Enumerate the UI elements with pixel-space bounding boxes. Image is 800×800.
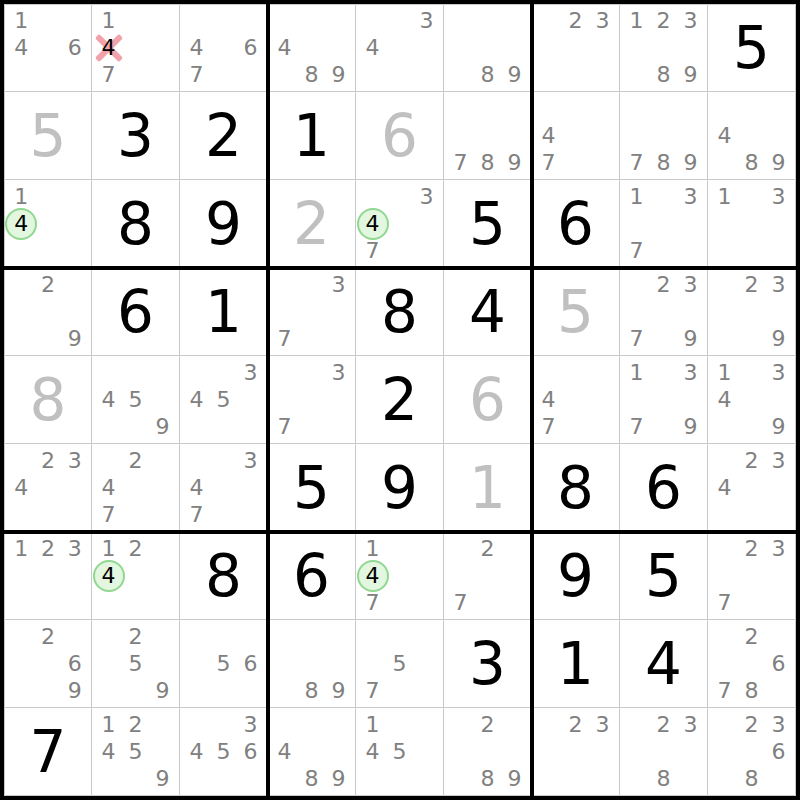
cell-r1c6[interactable]: 89 (444, 4, 532, 92)
candidate-2[interactable]: 2 (35, 623, 62, 650)
empty-candidate-slot (562, 95, 589, 122)
cell-r3c6[interactable]: 5 (444, 180, 532, 268)
candidate-8[interactable]: 8 (650, 61, 677, 88)
empty-candidate-slot (447, 8, 474, 35)
cell-r1c1[interactable]: 146 (4, 4, 92, 92)
empty-candidate-slot (447, 711, 474, 738)
empty-candidate-slot (149, 386, 176, 413)
candidate-6[interactable]: 6 (237, 738, 264, 765)
candidate-7[interactable]: 7 (623, 237, 650, 264)
cell-r6c4[interactable]: 5 (268, 444, 356, 532)
cell-r1c3[interactable]: 467 (180, 4, 268, 92)
candidate-7[interactable]: 7 (711, 589, 738, 616)
candidate-grid: 147 (356, 532, 443, 619)
candidate-4[interactable]: 4 (95, 562, 122, 589)
candidate-3[interactable]: 3 (677, 271, 704, 298)
cell-r9c2[interactable]: 12459 (92, 708, 180, 796)
candidate-digit: 6 (772, 653, 786, 675)
candidate-grid: 1349 (708, 356, 795, 443)
candidate-3[interactable]: 3 (325, 359, 352, 386)
candidate-2[interactable]: 2 (562, 711, 589, 738)
candidate-2[interactable]: 2 (738, 535, 765, 562)
candidate-9[interactable]: 9 (61, 325, 88, 352)
empty-candidate-slot (35, 8, 62, 35)
empty-candidate-slot (738, 183, 765, 210)
candidate-8[interactable]: 8 (474, 149, 501, 176)
candidate-7[interactable]: 7 (183, 501, 210, 528)
candidate-9[interactable]: 9 (501, 61, 528, 88)
empty-candidate-slot (298, 325, 325, 352)
empty-candidate-slot (8, 623, 35, 650)
candidate-3[interactable]: 3 (765, 183, 792, 210)
empty-candidate-slot (501, 95, 528, 122)
cell-value: 8 (532, 444, 619, 531)
candidate-4[interactable]: 4 (8, 474, 35, 501)
candidate-2[interactable]: 2 (35, 271, 62, 298)
cell-r8c2[interactable]: 259 (92, 620, 180, 708)
empty-candidate-slot (359, 8, 386, 35)
cell-r1c7[interactable]: 23 (532, 4, 620, 92)
candidate-2[interactable]: 2 (474, 535, 501, 562)
candidate-3[interactable]: 3 (765, 711, 792, 738)
candidate-8[interactable]: 8 (474, 765, 501, 792)
candidate-7[interactable]: 7 (95, 61, 122, 88)
cell-value: 1 (180, 268, 267, 355)
cell-r8c1[interactable]: 269 (4, 620, 92, 708)
candidate-digit: 7 (630, 152, 644, 174)
candidate-4[interactable]: 4 (535, 122, 562, 149)
candidate-6[interactable]: 6 (61, 650, 88, 677)
candidate-3[interactable]: 3 (677, 8, 704, 35)
cell-r4c9[interactable]: 239 (708, 268, 796, 356)
empty-candidate-slot (122, 359, 149, 386)
candidate-7[interactable]: 7 (359, 237, 386, 264)
candidate-2[interactable]: 2 (650, 711, 677, 738)
cell-r7c1[interactable]: 123 (4, 532, 92, 620)
candidate-digit: 7 (630, 240, 644, 262)
empty-candidate-slot (501, 589, 528, 616)
cell-r4c1[interactable]: 29 (4, 268, 92, 356)
empty-candidate-slot (738, 738, 765, 765)
cell-r3c3[interactable]: 9 (180, 180, 268, 268)
candidate-9[interactable]: 9 (61, 677, 88, 704)
cell-r9c9[interactable]: 2368 (708, 708, 796, 796)
empty-candidate-slot (210, 677, 237, 704)
candidate-9[interactable]: 9 (149, 413, 176, 440)
cell-r8c4[interactable]: 89 (268, 620, 356, 708)
cell-r1c8[interactable]: 12389 (620, 4, 708, 92)
empty-candidate-slot (738, 122, 765, 149)
empty-candidate-slot (61, 623, 88, 650)
candidate-digit: 3 (68, 450, 82, 472)
empty-candidate-slot (122, 562, 149, 589)
cell-r2c5[interactable]: 6 (356, 92, 444, 180)
candidate-4[interactable]: 4 (183, 386, 210, 413)
candidate-grid: 37 (268, 268, 355, 355)
candidate-5[interactable]: 5 (122, 650, 149, 677)
cell-r1c4[interactable]: 489 (268, 4, 356, 92)
candidate-1[interactable]: 1 (623, 8, 650, 35)
candidate-3[interactable]: 3 (589, 8, 616, 35)
candidate-9[interactable]: 9 (677, 149, 704, 176)
empty-candidate-slot (413, 61, 440, 88)
candidate-digit: 3 (684, 714, 698, 736)
candidate-3[interactable]: 3 (589, 711, 616, 738)
candidate-1[interactable]: 1 (8, 535, 35, 562)
candidate-4[interactable]: 4 (535, 386, 562, 413)
cell-r8c9[interactable]: 2678 (708, 620, 796, 708)
empty-candidate-slot (210, 359, 237, 386)
candidate-digit: 3 (596, 10, 610, 32)
candidate-7[interactable]: 7 (535, 149, 562, 176)
candidate-7[interactable]: 7 (271, 325, 298, 352)
candidate-3[interactable]: 3 (61, 447, 88, 474)
candidate-4[interactable]: 4 (183, 474, 210, 501)
candidate-digit: 2 (569, 714, 583, 736)
candidate-1[interactable]: 1 (711, 359, 738, 386)
candidate-2[interactable]: 2 (35, 447, 62, 474)
empty-candidate-slot (501, 562, 528, 589)
cell-r8c3[interactable]: 56 (180, 620, 268, 708)
cell-r6c8[interactable]: 6 (620, 444, 708, 532)
cell-r5c3[interactable]: 345 (180, 356, 268, 444)
candidate-1[interactable]: 1 (711, 183, 738, 210)
cell-r5c4[interactable]: 37 (268, 356, 356, 444)
candidate-4[interactable]: 4 (711, 386, 738, 413)
cell-r2c4[interactable]: 1 (268, 92, 356, 180)
cell-r8c8[interactable]: 4 (620, 620, 708, 708)
candidate-3[interactable]: 3 (413, 183, 440, 210)
empty-candidate-slot (650, 35, 677, 62)
candidate-7[interactable]: 7 (359, 589, 386, 616)
candidate-7[interactable]: 7 (271, 413, 298, 440)
cell-r9c3[interactable]: 3456 (180, 708, 268, 796)
candidate-5[interactable]: 5 (122, 738, 149, 765)
cell-r6c5[interactable]: 9 (356, 444, 444, 532)
candidate-1[interactable]: 1 (359, 711, 386, 738)
candidate-5[interactable]: 5 (386, 738, 413, 765)
cell-r9c8[interactable]: 238 (620, 708, 708, 796)
empty-candidate-slot (271, 8, 298, 35)
empty-candidate-slot (35, 562, 62, 589)
candidate-8[interactable]: 8 (650, 765, 677, 792)
cell-r2c6[interactable]: 789 (444, 92, 532, 180)
candidate-2[interactable]: 2 (738, 447, 765, 474)
candidate-digit: 5 (129, 653, 143, 675)
candidate-6[interactable]: 6 (61, 35, 88, 62)
candidate-3[interactable]: 3 (237, 447, 264, 474)
candidate-6[interactable]: 6 (765, 738, 792, 765)
cell-r3c9[interactable]: 13 (708, 180, 796, 268)
cell-value: 9 (356, 444, 443, 531)
empty-candidate-slot (271, 765, 298, 792)
candidate-digit: 9 (332, 680, 346, 702)
cell-r1c9[interactable]: 5 (708, 4, 796, 92)
candidate-3[interactable]: 3 (413, 8, 440, 35)
cell-r1c5[interactable]: 34 (356, 4, 444, 92)
candidate-4[interactable]: 4 (359, 738, 386, 765)
cell-r3c5[interactable]: 347 (356, 180, 444, 268)
empty-candidate-slot (623, 386, 650, 413)
cell-r7c2[interactable]: 124 (92, 532, 180, 620)
candidate-9[interactable]: 9 (765, 149, 792, 176)
candidate-8[interactable]: 8 (474, 61, 501, 88)
candidate-3[interactable]: 3 (765, 359, 792, 386)
candidate-8[interactable]: 8 (738, 149, 765, 176)
empty-candidate-slot (271, 298, 298, 325)
candidate-5[interactable]: 5 (210, 386, 237, 413)
candidate-7[interactable]: 7 (447, 589, 474, 616)
cell-r4c5[interactable]: 8 (356, 268, 444, 356)
candidate-4[interactable]: 4 (711, 122, 738, 149)
candidate-grid: 34 (356, 5, 443, 91)
candidate-2[interactable]: 2 (122, 447, 149, 474)
candidate-8[interactable]: 8 (298, 765, 325, 792)
empty-candidate-slot (765, 501, 792, 528)
candidate-7[interactable]: 7 (535, 413, 562, 440)
candidate-2[interactable]: 2 (738, 271, 765, 298)
candidate-2[interactable]: 2 (474, 711, 501, 738)
candidate-grid: 13 (708, 180, 795, 267)
cell-r9c6[interactable]: 289 (444, 708, 532, 796)
candidate-digit: 9 (684, 416, 698, 438)
candidate-4[interactable]: 4 (359, 210, 386, 237)
cell-r9c4[interactable]: 489 (268, 708, 356, 796)
cell-r3c1[interactable]: 14 (4, 180, 92, 268)
candidate-1[interactable]: 1 (95, 535, 122, 562)
candidate-9[interactable]: 9 (765, 413, 792, 440)
candidate-grid: 789 (444, 92, 531, 179)
candidate-4[interactable]: 4 (359, 562, 386, 589)
empty-candidate-slot (359, 183, 386, 210)
candidate-digit: 4 (278, 37, 292, 59)
empty-candidate-slot (183, 447, 210, 474)
cell-r2c8[interactable]: 789 (620, 92, 708, 180)
candidate-9[interactable]: 9 (765, 325, 792, 352)
candidate-2[interactable]: 2 (562, 8, 589, 35)
candidate-3[interactable]: 3 (677, 183, 704, 210)
candidate-7[interactable]: 7 (359, 677, 386, 704)
candidate-digit: 3 (244, 362, 258, 384)
cell-r6c7[interactable]: 8 (532, 444, 620, 532)
candidate-3[interactable]: 3 (237, 711, 264, 738)
cell-value: 2 (356, 356, 443, 443)
candidate-9[interactable]: 9 (677, 325, 704, 352)
candidate-2[interactable]: 2 (35, 535, 62, 562)
candidate-7[interactable]: 7 (623, 149, 650, 176)
empty-candidate-slot (535, 765, 562, 792)
cell-r5c8[interactable]: 1379 (620, 356, 708, 444)
candidate-2[interactable]: 2 (650, 271, 677, 298)
empty-candidate-slot (298, 298, 325, 325)
candidate-1[interactable]: 1 (8, 8, 35, 35)
cell-r4c4[interactable]: 37 (268, 268, 356, 356)
cell-r2c9[interactable]: 489 (708, 92, 796, 180)
candidate-2[interactable]: 2 (738, 711, 765, 738)
empty-candidate-slot (8, 677, 35, 704)
empty-candidate-slot (711, 271, 738, 298)
empty-candidate-slot (61, 210, 88, 237)
cell-r9c1[interactable]: 7 (4, 708, 92, 796)
candidate-5[interactable]: 5 (122, 386, 149, 413)
cell-value: 6 (92, 268, 179, 355)
cell-r5c1[interactable]: 8 (4, 356, 92, 444)
candidate-4[interactable]: 4 (8, 210, 35, 237)
candidate-8[interactable]: 8 (738, 677, 765, 704)
candidate-7[interactable]: 7 (95, 501, 122, 528)
cell-r4c3[interactable]: 1 (180, 268, 268, 356)
empty-candidate-slot (738, 501, 765, 528)
candidate-8[interactable]: 8 (298, 677, 325, 704)
candidate-9[interactable]: 9 (325, 765, 352, 792)
candidate-7[interactable]: 7 (711, 677, 738, 704)
candidate-4[interactable]: 4 (711, 474, 738, 501)
candidate-6[interactable]: 6 (765, 650, 792, 677)
candidate-2[interactable]: 2 (122, 535, 149, 562)
cell-r7c3[interactable]: 8 (180, 532, 268, 620)
candidate-9[interactable]: 9 (325, 677, 352, 704)
cell-r6c2[interactable]: 247 (92, 444, 180, 532)
candidate-4[interactable]: 4 (271, 35, 298, 62)
cell-r4c6[interactable]: 4 (444, 268, 532, 356)
candidate-1[interactable]: 1 (8, 183, 35, 210)
cell-r7c6[interactable]: 27 (444, 532, 532, 620)
candidate-4[interactable]: 4 (271, 738, 298, 765)
cell-r6c3[interactable]: 347 (180, 444, 268, 532)
candidate-4[interactable]: 4 (95, 35, 122, 62)
empty-candidate-slot (562, 765, 589, 792)
cell-r7c4[interactable]: 6 (268, 532, 356, 620)
empty-candidate-slot (650, 386, 677, 413)
candidate-8[interactable]: 8 (650, 149, 677, 176)
candidate-digit: 7 (630, 416, 644, 438)
cell-r5c7[interactable]: 47 (532, 356, 620, 444)
cell-r4c7[interactable]: 5 (532, 268, 620, 356)
candidate-digit: 2 (41, 626, 55, 648)
cell-r3c7[interactable]: 6 (532, 180, 620, 268)
candidate-7[interactable]: 7 (623, 325, 650, 352)
candidate-9[interactable]: 9 (677, 413, 704, 440)
cell-r6c1[interactable]: 234 (4, 444, 92, 532)
candidate-4[interactable]: 4 (8, 35, 35, 62)
candidate-4[interactable]: 4 (183, 35, 210, 62)
candidate-8[interactable]: 8 (738, 765, 765, 792)
cell-r3c2[interactable]: 8 (92, 180, 180, 268)
candidate-3[interactable]: 3 (325, 271, 352, 298)
cell-r1c2[interactable]: 147 (92, 4, 180, 92)
cell-r5c9[interactable]: 1349 (708, 356, 796, 444)
candidate-1[interactable]: 1 (623, 183, 650, 210)
candidate-3[interactable]: 3 (765, 271, 792, 298)
candidate-2[interactable]: 2 (122, 623, 149, 650)
cell-r2c7[interactable]: 47 (532, 92, 620, 180)
cell-r3c8[interactable]: 137 (620, 180, 708, 268)
candidate-9[interactable]: 9 (149, 677, 176, 704)
candidate-digit: 2 (657, 10, 671, 32)
cell-r5c6[interactable]: 6 (444, 356, 532, 444)
candidate-3[interactable]: 3 (677, 359, 704, 386)
candidate-6[interactable]: 6 (237, 650, 264, 677)
candidate-6[interactable]: 6 (237, 35, 264, 62)
empty-candidate-slot (562, 35, 589, 62)
candidate-4[interactable]: 4 (95, 474, 122, 501)
cell-r5c2[interactable]: 459 (92, 356, 180, 444)
candidate-5[interactable]: 5 (386, 650, 413, 677)
candidate-3[interactable]: 3 (765, 535, 792, 562)
candidate-5[interactable]: 5 (210, 650, 237, 677)
candidate-digit: 7 (278, 416, 292, 438)
cell-r2c2[interactable]: 3 (92, 92, 180, 180)
cell-r9c7[interactable]: 23 (532, 708, 620, 796)
candidate-4[interactable]: 4 (95, 738, 122, 765)
candidate-digit: 3 (772, 362, 786, 384)
cell-r8c7[interactable]: 1 (532, 620, 620, 708)
cell-r7c7[interactable]: 9 (532, 532, 620, 620)
cell-r7c8[interactable]: 5 (620, 532, 708, 620)
cell-r6c6[interactable]: 1 (444, 444, 532, 532)
empty-candidate-slot (386, 623, 413, 650)
candidate-3[interactable]: 3 (237, 359, 264, 386)
empty-candidate-slot (210, 413, 237, 440)
cell-r4c2[interactable]: 6 (92, 268, 180, 356)
cell-r9c5[interactable]: 145 (356, 708, 444, 796)
empty-candidate-slot (325, 623, 352, 650)
candidate-9[interactable]: 9 (501, 149, 528, 176)
cell-r2c3[interactable]: 2 (180, 92, 268, 180)
cell-r7c5[interactable]: 147 (356, 532, 444, 620)
candidate-9[interactable]: 9 (501, 765, 528, 792)
candidate-4[interactable]: 4 (359, 35, 386, 62)
candidate-2[interactable]: 2 (122, 711, 149, 738)
candidate-1[interactable]: 1 (95, 8, 122, 35)
empty-candidate-slot (474, 95, 501, 122)
empty-candidate-slot (738, 474, 765, 501)
candidate-digit: 4 (102, 37, 116, 59)
candidate-7[interactable]: 7 (183, 61, 210, 88)
candidate-2[interactable]: 2 (738, 623, 765, 650)
cell-r3c4[interactable]: 2 (268, 180, 356, 268)
empty-candidate-slot (711, 738, 738, 765)
candidate-4[interactable]: 4 (95, 386, 122, 413)
candidate-3[interactable]: 3 (677, 711, 704, 738)
candidate-9[interactable]: 9 (325, 61, 352, 88)
cell-r4c8[interactable]: 2379 (620, 268, 708, 356)
candidate-7[interactable]: 7 (447, 149, 474, 176)
cell-r8c5[interactable]: 57 (356, 620, 444, 708)
candidate-9[interactable]: 9 (677, 61, 704, 88)
candidate-3[interactable]: 3 (61, 535, 88, 562)
candidate-digit: 4 (718, 389, 732, 411)
candidate-1[interactable]: 1 (623, 359, 650, 386)
cell-r2c1[interactable]: 5 (4, 92, 92, 180)
candidate-4[interactable]: 4 (183, 738, 210, 765)
candidate-8[interactable]: 8 (298, 61, 325, 88)
candidate-9[interactable]: 9 (149, 765, 176, 792)
cell-r6c9[interactable]: 234 (708, 444, 796, 532)
candidate-1[interactable]: 1 (95, 711, 122, 738)
cell-r8c6[interactable]: 3 (444, 620, 532, 708)
empty-candidate-slot (623, 61, 650, 88)
candidate-3[interactable]: 3 (765, 447, 792, 474)
candidate-7[interactable]: 7 (623, 413, 650, 440)
cell-r5c5[interactable]: 2 (356, 356, 444, 444)
candidate-1[interactable]: 1 (359, 535, 386, 562)
candidate-2[interactable]: 2 (650, 8, 677, 35)
candidate-5[interactable]: 5 (210, 738, 237, 765)
candidate-digit: 9 (156, 680, 170, 702)
empty-candidate-slot (359, 623, 386, 650)
cell-r7c9[interactable]: 237 (708, 532, 796, 620)
